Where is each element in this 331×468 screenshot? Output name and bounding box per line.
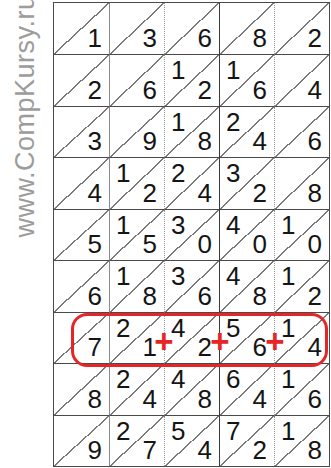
cell-units-digit: 9 xyxy=(143,128,157,154)
cell-tens-digit: 1 xyxy=(226,57,240,83)
cell-tens-digit: 3 xyxy=(171,212,185,238)
lattice-cell-r5c2: 15 xyxy=(109,209,164,260)
cell-tens-digit: 2 xyxy=(171,160,185,186)
lattice-cell-r7c2: 21 xyxy=(109,312,164,363)
lattice-cell-r7c1: 7 xyxy=(54,312,109,363)
cell-units-digit: 2 xyxy=(143,180,157,206)
lattice-cell-r6c3: 36 xyxy=(164,260,219,311)
lattice-cell-r1c2: 3 xyxy=(109,3,164,54)
lattice-cell-r4c2: 12 xyxy=(109,157,164,208)
lattice-cell-r3c4: 24 xyxy=(219,106,274,157)
lattice-cell-r1c1: 1 xyxy=(54,3,109,54)
cell-units-digit: 2 xyxy=(253,437,267,463)
lattice-cell-r9c4: 72 xyxy=(219,415,274,466)
lattice-cell-r9c3: 54 xyxy=(164,415,219,466)
lattice-cell-r2c3: 12 xyxy=(164,54,219,105)
cell-units-digit: 7 xyxy=(88,334,102,360)
lattice-grid: 1368226121643918246412243285153040106183… xyxy=(53,2,330,467)
cell-units-digit: 0 xyxy=(253,231,267,257)
lattice-cell-r4c3: 24 xyxy=(164,157,219,208)
cell-tens-digit: 2 xyxy=(116,418,130,444)
lattice-cell-r8c3: 48 xyxy=(164,363,219,414)
cell-units-digit: 4 xyxy=(143,386,157,412)
lattice-cell-r5c1: 5 xyxy=(54,209,109,260)
cell-units-digit: 2 xyxy=(308,283,322,309)
lattice-cell-r8c4: 64 xyxy=(219,363,274,414)
lattice-cell-r4c1: 4 xyxy=(54,157,109,208)
cell-units-digit: 6 xyxy=(253,334,267,360)
cell-tens-digit: 2 xyxy=(116,315,130,341)
cell-units-digit: 3 xyxy=(143,25,157,51)
cell-tens-digit: 1 xyxy=(171,109,185,135)
lattice-cell-r1c5: 2 xyxy=(274,3,329,54)
cell-tens-digit: 1 xyxy=(281,366,295,392)
cell-units-digit: 6 xyxy=(198,283,212,309)
lattice-cell-r5c4: 40 xyxy=(219,209,274,260)
cell-tens-digit: 1 xyxy=(116,212,130,238)
lattice-cell-r6c2: 18 xyxy=(109,260,164,311)
lattice-cell-r2c4: 16 xyxy=(219,54,274,105)
lattice-cell-r9c1: 9 xyxy=(54,415,109,466)
cell-units-digit: 1 xyxy=(143,334,157,360)
cell-units-digit: 6 xyxy=(308,386,322,412)
cell-units-digit: 4 xyxy=(88,180,102,206)
lattice-cell-r3c2: 9 xyxy=(109,106,164,157)
cell-units-digit: 8 xyxy=(308,180,322,206)
cell-units-digit: 0 xyxy=(308,231,322,257)
cell-tens-digit: 6 xyxy=(226,366,240,392)
lattice-cell-r1c3: 6 xyxy=(164,3,219,54)
cell-units-digit: 4 xyxy=(308,334,322,360)
cell-units-digit: 0 xyxy=(198,231,212,257)
cell-tens-digit: 4 xyxy=(171,315,185,341)
cell-units-digit: 6 xyxy=(88,283,102,309)
cell-units-digit: 5 xyxy=(88,231,102,257)
lattice-multiplication-page: www.CompKursy.ru 13682261216439182464122… xyxy=(0,0,331,468)
cell-units-digit: 4 xyxy=(253,128,267,154)
cell-units-digit: 6 xyxy=(198,25,212,51)
cell-units-digit: 2 xyxy=(88,77,102,103)
lattice-cell-r5c3: 30 xyxy=(164,209,219,260)
cell-tens-digit: 3 xyxy=(171,263,185,289)
cell-tens-digit: 1 xyxy=(171,57,185,83)
cell-units-digit: 9 xyxy=(88,437,102,463)
cell-units-digit: 2 xyxy=(198,77,212,103)
cell-tens-digit: 1 xyxy=(116,263,130,289)
cell-units-digit: 8 xyxy=(88,386,102,412)
cell-tens-digit: 4 xyxy=(226,212,240,238)
lattice-cell-r2c5: 4 xyxy=(274,54,329,105)
cell-tens-digit: 7 xyxy=(226,418,240,444)
lattice-cell-r8c2: 24 xyxy=(109,363,164,414)
cell-units-digit: 4 xyxy=(308,77,322,103)
lattice-cell-r6c5: 12 xyxy=(274,260,329,311)
cell-tens-digit: 1 xyxy=(281,212,295,238)
lattice-cell-r4c5: 8 xyxy=(274,157,329,208)
cell-units-digit: 4 xyxy=(198,437,212,463)
lattice-cell-r1c4: 8 xyxy=(219,3,274,54)
lattice-cell-r2c1: 2 xyxy=(54,54,109,105)
lattice-cell-r2c2: 6 xyxy=(109,54,164,105)
cell-tens-digit: 5 xyxy=(171,418,185,444)
cell-units-digit: 1 xyxy=(88,25,102,51)
lattice-cell-r9c5: 18 xyxy=(274,415,329,466)
cell-tens-digit: 3 xyxy=(226,160,240,186)
cell-units-digit: 6 xyxy=(253,77,267,103)
cell-tens-digit: 2 xyxy=(226,109,240,135)
cell-units-digit: 2 xyxy=(198,334,212,360)
cell-tens-digit: 1 xyxy=(116,160,130,186)
cell-tens-digit: 4 xyxy=(171,366,185,392)
lattice-cell-r8c5: 16 xyxy=(274,363,329,414)
lattice-cell-r3c5: 6 xyxy=(274,106,329,157)
cell-units-digit: 4 xyxy=(198,180,212,206)
cell-units-digit: 6 xyxy=(143,77,157,103)
cell-units-digit: 5 xyxy=(143,231,157,257)
lattice-cell-r7c3: 42 xyxy=(164,312,219,363)
cell-units-digit: 6 xyxy=(308,128,322,154)
lattice-cell-r9c2: 27 xyxy=(109,415,164,466)
cell-units-digit: 8 xyxy=(143,283,157,309)
watermark-text: www.CompKursy.ru xyxy=(10,0,41,238)
cell-units-digit: 3 xyxy=(88,128,102,154)
cell-units-digit: 8 xyxy=(253,283,267,309)
lattice-cell-r3c3: 18 xyxy=(164,106,219,157)
lattice-cell-r3c1: 3 xyxy=(54,106,109,157)
cell-tens-digit: 1 xyxy=(281,418,295,444)
cell-units-digit: 2 xyxy=(308,25,322,51)
cell-tens-digit: 4 xyxy=(226,263,240,289)
lattice-cell-r7c5: 14 xyxy=(274,312,329,363)
lattice-cell-r7c4: 56 xyxy=(219,312,274,363)
lattice-cell-r6c1: 6 xyxy=(54,260,109,311)
cell-units-digit: 7 xyxy=(143,437,157,463)
lattice-cell-r8c1: 8 xyxy=(54,363,109,414)
lattice-cell-r5c5: 10 xyxy=(274,209,329,260)
cell-tens-digit: 2 xyxy=(116,366,130,392)
lattice-cell-r4c4: 32 xyxy=(219,157,274,208)
cell-units-digit: 2 xyxy=(253,180,267,206)
cell-units-digit: 8 xyxy=(308,437,322,463)
cell-units-digit: 8 xyxy=(198,128,212,154)
cell-units-digit: 8 xyxy=(198,386,212,412)
lattice-cell-r6c4: 48 xyxy=(219,260,274,311)
cell-units-digit: 8 xyxy=(253,25,267,51)
cell-tens-digit: 1 xyxy=(281,263,295,289)
cell-tens-digit: 1 xyxy=(281,315,295,341)
cell-tens-digit: 5 xyxy=(226,315,240,341)
cell-units-digit: 4 xyxy=(253,386,267,412)
